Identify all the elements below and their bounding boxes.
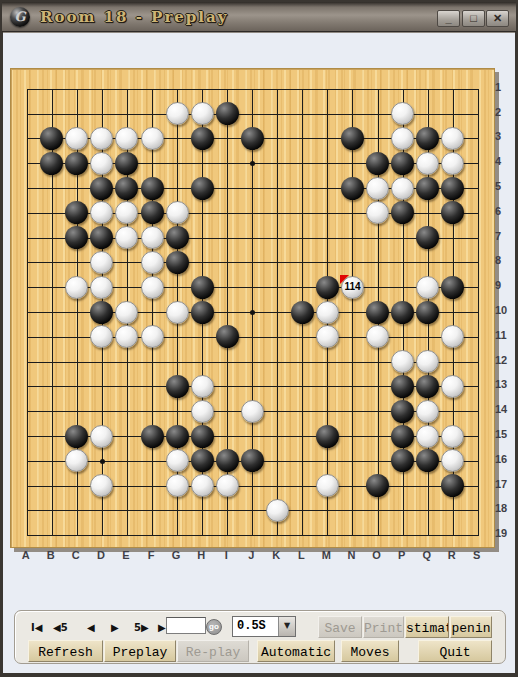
row-label: 1 [495,81,501,93]
black-stone-P14 [391,400,414,423]
row-label: 17 [495,478,507,490]
black-stone-G15 [166,425,189,448]
white-stone-M11 [316,325,339,348]
white-stone-R16 [441,449,464,472]
white-stone-D3 [90,127,113,150]
column-label: F [138,549,164,561]
black-stone-O17 [366,474,389,497]
black-stone-L10 [291,301,314,324]
row-label: 16 [495,453,507,465]
black-stone-P4 [391,152,414,175]
column-label: D [88,549,114,561]
row-label: 8 [495,254,501,266]
white-stone-G17 [166,474,189,497]
black-stone-F15 [141,425,164,448]
nav-forward-icon[interactable]: ▶ [111,619,119,635]
column-label: B [38,549,64,561]
row-label: 7 [495,230,501,242]
white-stone-J14 [241,400,264,423]
white-stone-R3 [441,127,464,150]
black-stone-B3 [40,127,63,150]
black-stone-E4 [115,152,138,175]
white-stone-O6 [366,201,389,224]
row-label: 18 [495,502,507,514]
column-label: H [188,549,214,561]
black-stone-C15 [65,425,88,448]
row-label: 10 [495,304,507,316]
white-stone-Q14 [416,400,439,423]
white-stone-P2 [391,102,414,125]
black-stone-J16 [241,449,264,472]
maximize-button[interactable]: □ [462,10,485,27]
print-button[interactable]: Print [363,616,404,638]
refresh-button[interactable]: Refresh [28,640,103,662]
white-stone-E11 [115,325,138,348]
white-stone-R15 [441,425,464,448]
replay-button[interactable]: Re-play [177,640,249,662]
white-stone-E10 [115,301,138,324]
nav-first-icon[interactable]: Ι◀ [31,619,42,635]
column-label: C [63,549,89,561]
column-label: R [439,549,465,561]
white-stone-G16 [166,449,189,472]
row-label: 4 [495,155,501,167]
delay-value: 0.5S [233,617,278,636]
row-label: 13 [495,378,507,390]
white-stone-D6 [90,201,113,224]
quit-button[interactable]: Quit [418,640,492,662]
white-stone-E6 [115,201,138,224]
star-point [100,459,105,464]
black-stone-D7 [90,226,113,249]
grid-line [27,510,479,511]
column-label: I [213,549,239,561]
black-stone-G7 [166,226,189,249]
opening-button[interactable]: penin [450,616,492,638]
star-point [250,161,255,166]
move-number-badge: 114 [342,281,363,292]
white-stone-C9 [65,276,88,299]
black-stone-M9 [316,276,339,299]
column-label: P [389,549,415,561]
save-button[interactable]: Save [318,616,362,638]
white-stone-C16 [65,449,88,472]
black-stone-E5 [115,177,138,200]
white-stone-H2 [191,102,214,125]
black-stone-R9 [441,276,464,299]
black-stone-I2 [216,102,239,125]
column-label: N [338,549,364,561]
nav-forward5-icon[interactable]: 5▶ [134,619,149,635]
black-stone-R5 [441,177,464,200]
white-stone-D15 [90,425,113,448]
go-button[interactable]: go [206,619,222,635]
black-stone-G13 [166,375,189,398]
white-stone-G2 [166,102,189,125]
white-stone-M17 [316,474,339,497]
column-label: J [238,549,264,561]
black-stone-I16 [216,449,239,472]
chevron-down-icon[interactable]: ▼ [278,617,295,636]
estimate-button[interactable]: stimat [405,616,449,638]
black-stone-Q16 [416,449,439,472]
white-stone-Q12 [416,350,439,373]
black-stone-C7 [65,226,88,249]
white-stone-F8 [141,251,164,274]
black-stone-N3 [341,127,364,150]
black-stone-D5 [90,177,113,200]
white-stone-E7 [115,226,138,249]
black-stone-N5 [341,177,364,200]
grid-line [277,89,278,536]
black-stone-H9 [191,276,214,299]
column-label: G [163,549,189,561]
black-stone-D10 [90,301,113,324]
white-stone-F9 [141,276,164,299]
row-label: 6 [495,205,501,217]
black-stone-H10 [191,301,214,324]
minimize-button[interactable]: _ [437,10,460,27]
grid-line [478,89,479,536]
white-stone-K18 [266,499,289,522]
automatic-button[interactable]: Automatic [257,640,335,662]
column-label: L [288,549,314,561]
white-stone-Q4 [416,152,439,175]
white-stone-E3 [115,127,138,150]
title-bar[interactable]: G Room 18 - Preplay _ □ ✕ [2,2,516,32]
black-stone-O4 [366,152,389,175]
close-button[interactable]: ✕ [486,10,509,27]
white-stone-P5 [391,177,414,200]
grid-line [27,535,479,536]
app-icon: G [10,7,30,27]
row-label: 9 [495,279,501,291]
white-stone-D9 [90,276,113,299]
row-label: 19 [495,527,507,539]
black-stone-Q13 [416,375,439,398]
black-stone-P15 [391,425,414,448]
nav-back-icon[interactable]: ◀ [87,619,95,635]
white-stone-R4 [441,152,464,175]
black-stone-P16 [391,449,414,472]
black-stone-H16 [191,449,214,472]
row-label: 5 [495,180,501,192]
black-stone-H3 [191,127,214,150]
white-stone-M10 [316,301,339,324]
white-stone-F7 [141,226,164,249]
black-stone-J3 [241,127,264,150]
black-stone-G8 [166,251,189,274]
white-stone-Q15 [416,425,439,448]
white-stone-O5 [366,177,389,200]
column-label: A [13,549,39,561]
white-stone-F11 [141,325,164,348]
black-stone-Q7 [416,226,439,249]
window-title: Room 18 - Preplay [40,8,228,26]
delay-dropdown[interactable]: 0.5S ▼ [232,616,296,637]
white-stone-G10 [166,301,189,324]
white-stone-H13 [191,375,214,398]
go-board[interactable]: 114 [10,68,495,548]
column-label: M [313,549,339,561]
white-stone-D8 [90,251,113,274]
white-stone-H17 [191,474,214,497]
move-number-input[interactable] [166,617,206,634]
white-stone-D4 [90,152,113,175]
white-stone-H14 [191,400,214,423]
white-stone-P3 [391,127,414,150]
white-stone-P12 [391,350,414,373]
white-stone-O11 [366,325,389,348]
black-stone-I11 [216,325,239,348]
black-stone-C6 [65,201,88,224]
row-label: 14 [495,403,507,415]
nav-back5-icon[interactable]: ◀5 [53,619,68,635]
black-stone-Q10 [416,301,439,324]
white-stone-R13 [441,375,464,398]
row-label: 3 [495,130,501,142]
white-stone-N9: 114 [341,276,364,299]
white-stone-C3 [65,127,88,150]
white-stone-F3 [141,127,164,150]
row-label: 2 [495,106,501,118]
black-stone-R17 [441,474,464,497]
black-stone-P10 [391,301,414,324]
black-stone-C4 [65,152,88,175]
column-label: Q [414,549,440,561]
row-label: 11 [495,329,507,341]
black-stone-Q5 [416,177,439,200]
column-label: S [464,549,490,561]
column-label: K [263,549,289,561]
white-stone-G6 [166,201,189,224]
row-label: 15 [495,428,507,440]
white-stone-D11 [90,325,113,348]
moves-button[interactable]: Moves [341,640,399,662]
black-stone-H15 [191,425,214,448]
black-stone-O10 [366,301,389,324]
star-point [250,310,255,315]
black-stone-F5 [141,177,164,200]
black-stone-Q3 [416,127,439,150]
column-label: O [364,549,390,561]
app-window: G Room 18 - Preplay _ □ ✕ 114 Ι◀ ◀5 ◀ ▶ … [0,0,518,677]
grid-line [352,89,353,536]
black-stone-H5 [191,177,214,200]
black-stone-R6 [441,201,464,224]
column-label: E [113,549,139,561]
black-stone-M15 [316,425,339,448]
white-stone-D17 [90,474,113,497]
preplay-button[interactable]: Preplay [104,640,176,662]
black-stone-P6 [391,201,414,224]
row-label: 12 [495,354,507,366]
white-stone-I17 [216,474,239,497]
black-stone-B4 [40,152,63,175]
black-stone-F6 [141,201,164,224]
white-stone-R11 [441,325,464,348]
white-stone-Q9 [416,276,439,299]
black-stone-P13 [391,375,414,398]
